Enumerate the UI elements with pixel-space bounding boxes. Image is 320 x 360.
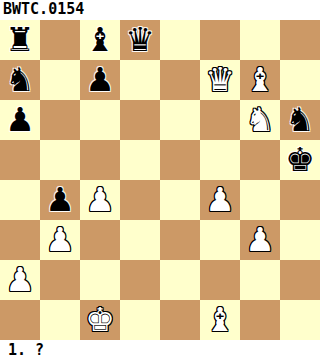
piece-black-pawn: ♟ [80, 60, 120, 100]
square-g6[interactable]: ♞ [240, 100, 280, 140]
square-d5[interactable] [120, 140, 160, 180]
square-a2[interactable]: ♟ [0, 260, 40, 300]
square-h2[interactable] [280, 260, 320, 300]
square-e6[interactable] [160, 100, 200, 140]
square-e2[interactable] [160, 260, 200, 300]
square-e7[interactable] [160, 60, 200, 100]
square-g3[interactable]: ♟ [240, 220, 280, 260]
square-a1[interactable] [0, 300, 40, 340]
square-b1[interactable] [40, 300, 80, 340]
square-f7[interactable]: ♛ [200, 60, 240, 100]
square-g4[interactable] [240, 180, 280, 220]
piece-white-pawn: ♟ [200, 180, 240, 220]
piece-black-bishop: ♝ [80, 20, 120, 60]
square-c2[interactable] [80, 260, 120, 300]
square-d2[interactable] [120, 260, 160, 300]
piece-black-pawn: ♟ [0, 100, 40, 140]
square-h3[interactable] [280, 220, 320, 260]
piece-white-bishop: ♝ [240, 60, 280, 100]
piece-white-pawn: ♟ [40, 220, 80, 260]
square-e4[interactable] [160, 180, 200, 220]
square-g2[interactable] [240, 260, 280, 300]
square-c8[interactable]: ♝ [80, 20, 120, 60]
square-a5[interactable] [0, 140, 40, 180]
square-f6[interactable] [200, 100, 240, 140]
square-g8[interactable] [240, 20, 280, 60]
square-f4[interactable]: ♟ [200, 180, 240, 220]
square-d7[interactable] [120, 60, 160, 100]
square-a7[interactable]: ♞ [0, 60, 40, 100]
piece-black-knight: ♞ [0, 60, 40, 100]
square-c3[interactable] [80, 220, 120, 260]
square-a4[interactable] [0, 180, 40, 220]
square-f3[interactable] [200, 220, 240, 260]
square-h1[interactable] [280, 300, 320, 340]
square-h5[interactable]: ♚ [280, 140, 320, 180]
square-b6[interactable] [40, 100, 80, 140]
square-f8[interactable] [200, 20, 240, 60]
piece-black-king: ♚ [280, 140, 320, 180]
square-a6[interactable]: ♟ [0, 100, 40, 140]
square-h8[interactable] [280, 20, 320, 60]
piece-white-king: ♚ [80, 300, 120, 340]
square-h4[interactable] [280, 180, 320, 220]
square-f2[interactable] [200, 260, 240, 300]
square-d1[interactable] [120, 300, 160, 340]
piece-black-rook: ♜ [0, 20, 40, 60]
piece-white-queen: ♛ [200, 60, 240, 100]
square-f1[interactable]: ♝ [200, 300, 240, 340]
square-d3[interactable] [120, 220, 160, 260]
piece-black-pawn: ♟ [40, 180, 80, 220]
puzzle-title: BWTC.0154 [0, 0, 320, 20]
square-h6[interactable]: ♞ [280, 100, 320, 140]
piece-black-queen: ♛ [120, 20, 160, 60]
square-e1[interactable] [160, 300, 200, 340]
square-h7[interactable] [280, 60, 320, 100]
square-c7[interactable]: ♟ [80, 60, 120, 100]
square-c6[interactable] [80, 100, 120, 140]
square-g5[interactable] [240, 140, 280, 180]
piece-white-bishop: ♝ [200, 300, 240, 340]
square-e3[interactable] [160, 220, 200, 260]
square-a8[interactable]: ♜ [0, 20, 40, 60]
piece-white-knight: ♞ [240, 100, 280, 140]
square-f5[interactable] [200, 140, 240, 180]
move-prompt: 1. ? [0, 340, 320, 360]
square-b4[interactable]: ♟ [40, 180, 80, 220]
chess-puzzle-window: BWTC.0154 ♜♝♛♞♟♛♝♟♞♞♚♟♟♟♟♟♟♚♝ 1. ? [0, 0, 320, 360]
square-b8[interactable] [40, 20, 80, 60]
square-c5[interactable] [80, 140, 120, 180]
square-g7[interactable]: ♝ [240, 60, 280, 100]
square-c1[interactable]: ♚ [80, 300, 120, 340]
square-b2[interactable] [40, 260, 80, 300]
square-b7[interactable] [40, 60, 80, 100]
piece-white-pawn: ♟ [240, 220, 280, 260]
chess-board: ♜♝♛♞♟♛♝♟♞♞♚♟♟♟♟♟♟♚♝ [0, 20, 320, 340]
square-g1[interactable] [240, 300, 280, 340]
square-c4[interactable]: ♟ [80, 180, 120, 220]
square-e8[interactable] [160, 20, 200, 60]
square-d8[interactable]: ♛ [120, 20, 160, 60]
square-b3[interactable]: ♟ [40, 220, 80, 260]
square-a3[interactable] [0, 220, 40, 260]
piece-black-knight: ♞ [280, 100, 320, 140]
square-d4[interactable] [120, 180, 160, 220]
square-e5[interactable] [160, 140, 200, 180]
piece-white-pawn: ♟ [0, 260, 40, 300]
piece-white-pawn: ♟ [80, 180, 120, 220]
square-b5[interactable] [40, 140, 80, 180]
square-d6[interactable] [120, 100, 160, 140]
